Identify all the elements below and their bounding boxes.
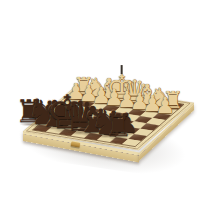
pieces-layer: ♜♞♝♚♛♝♞♜♟♟♟♟♟♟♟♟♟♟♟♟♟♟♟♟♜♞♝♚♛♝♞♜ bbox=[0, 0, 200, 200]
white-pawn[interactable]: ♟ bbox=[155, 94, 175, 116]
product-photo-scene: ♜♞♝♚♛♝♞♜♟♟♟♟♟♟♟♟♟♟♟♟♟♟♟♟♜♞♝♚♛♝♞♜ bbox=[0, 0, 200, 200]
black-rook[interactable]: ♜ bbox=[104, 111, 132, 142]
